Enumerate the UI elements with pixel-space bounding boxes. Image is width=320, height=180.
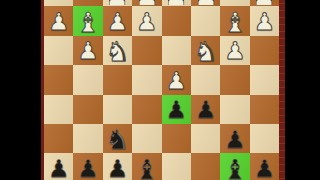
cropped-piece-fragment-f1: [109, 0, 126, 5]
chess-board: ♟♝♟♟♝♟♟♞♞♟♟♟♟♞♟♟♟♟♝♝♟: [44, 0, 279, 180]
square-e4[interactable]: [132, 65, 161, 94]
white-pawn-piece: ♟: [254, 10, 276, 34]
square-a5[interactable]: [250, 95, 279, 124]
cropped-piece-fragment-c1: [197, 0, 214, 5]
square-f2[interactable]: ♟: [103, 6, 132, 35]
square-d5[interactable]: ♟: [162, 95, 191, 124]
square-d3[interactable]: [162, 36, 191, 65]
square-h4[interactable]: [44, 65, 73, 94]
square-a4[interactable]: [250, 65, 279, 94]
black-pawn-piece: ♟: [224, 127, 246, 151]
square-c5[interactable]: ♟: [191, 95, 220, 124]
white-pawn-piece: ♟: [166, 68, 188, 92]
square-g4[interactable]: [73, 65, 102, 94]
square-d4[interactable]: ♟: [162, 65, 191, 94]
square-a2[interactable]: ♟: [250, 6, 279, 35]
black-pawn-piece: ♟: [77, 157, 99, 180]
white-pawn-piece: ♟: [224, 39, 246, 63]
black-knight-piece: ♞: [105, 126, 129, 153]
cropped-piece-fragment-e1: [138, 0, 155, 5]
square-c3[interactable]: ♞: [191, 36, 220, 65]
square-e6[interactable]: [132, 124, 161, 153]
square-d6[interactable]: [162, 124, 191, 153]
square-g5[interactable]: [73, 95, 102, 124]
cropped-piece-fragment-d1: [168, 0, 185, 5]
square-h6[interactable]: [44, 124, 73, 153]
board-frame-right: [279, 0, 285, 180]
white-pawn-piece: ♟: [136, 10, 158, 34]
square-b5[interactable]: [220, 95, 249, 124]
square-f4[interactable]: [103, 65, 132, 94]
black-bishop-piece: ♝: [135, 155, 159, 180]
square-g2[interactable]: ♝: [73, 6, 102, 35]
cropped-piece-fragment-a1: [256, 0, 273, 5]
square-g6[interactable]: [73, 124, 102, 153]
square-c6[interactable]: [191, 124, 220, 153]
square-f3[interactable]: ♞: [103, 36, 132, 65]
square-d7[interactable]: [162, 153, 191, 180]
black-pawn-piece: ♟: [48, 157, 70, 180]
square-b4[interactable]: [220, 65, 249, 94]
square-g3[interactable]: ♟: [73, 36, 102, 65]
video-frame: ♟♝♟♟♝♟♟♞♞♟♟♟♟♞♟♟♟♟♝♝♟: [0, 0, 320, 180]
white-pawn-piece: ♟: [77, 39, 99, 63]
square-c4[interactable]: [191, 65, 220, 94]
square-h2[interactable]: ♟: [44, 6, 73, 35]
white-pawn-piece: ♟: [48, 10, 70, 34]
square-b3[interactable]: ♟: [220, 36, 249, 65]
square-b7[interactable]: ♝: [220, 153, 249, 180]
white-pawn-piece: ♟: [107, 10, 129, 34]
black-pawn-piece: ♟: [195, 98, 217, 122]
square-c2[interactable]: [191, 6, 220, 35]
square-g7[interactable]: ♟: [73, 153, 102, 180]
white-bishop-piece: ♝: [76, 8, 100, 35]
black-pawn-piece: ♟: [254, 157, 276, 180]
white-knight-piece: ♞: [194, 37, 218, 64]
black-pawn-piece: ♟: [166, 98, 188, 122]
square-a6[interactable]: [250, 124, 279, 153]
square-e5[interactable]: [132, 95, 161, 124]
square-e2[interactable]: ♟: [132, 6, 161, 35]
square-e3[interactable]: [132, 36, 161, 65]
square-f5[interactable]: [103, 95, 132, 124]
square-d2[interactable]: [162, 6, 191, 35]
square-b2[interactable]: ♝: [220, 6, 249, 35]
square-a7[interactable]: ♟: [250, 153, 279, 180]
square-b6[interactable]: ♟: [220, 124, 249, 153]
black-pawn-piece: ♟: [107, 157, 129, 180]
square-h5[interactable]: [44, 95, 73, 124]
square-f6[interactable]: ♞: [103, 124, 132, 153]
black-bishop-piece: ♝: [223, 155, 247, 180]
white-bishop-piece: ♝: [223, 8, 247, 35]
square-h7[interactable]: ♟: [44, 153, 73, 180]
square-f7[interactable]: ♟: [103, 153, 132, 180]
square-h3[interactable]: [44, 36, 73, 65]
square-a3[interactable]: [250, 36, 279, 65]
square-e7[interactable]: ♝: [132, 153, 161, 180]
white-knight-piece: ♞: [105, 37, 129, 64]
square-c7[interactable]: [191, 153, 220, 180]
